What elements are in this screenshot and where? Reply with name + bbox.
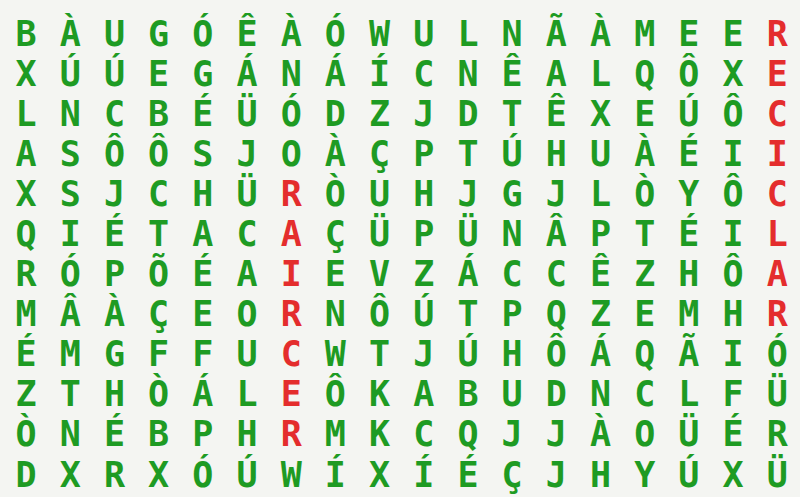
grid-cell[interactable]: H xyxy=(92,375,136,415)
grid-cell[interactable]: C xyxy=(402,54,446,94)
grid-cell[interactable]: S xyxy=(181,134,225,174)
grid-cell[interactable]: À xyxy=(48,14,92,54)
grid-cell[interactable]: S xyxy=(48,134,92,174)
grid-cell[interactable]: Í xyxy=(402,455,446,495)
grid-cell[interactable]: B xyxy=(4,14,48,54)
grid-cell[interactable]: P xyxy=(181,415,225,455)
grid-cell[interactable]: C xyxy=(490,255,534,295)
grid-cell[interactable]: R xyxy=(269,415,313,455)
grid-cell[interactable]: Ç xyxy=(137,295,181,335)
grid-cell[interactable]: J xyxy=(490,415,534,455)
grid-cell[interactable]: I xyxy=(711,335,755,375)
grid-cell[interactable]: C xyxy=(755,174,799,214)
grid-cell[interactable]: É xyxy=(446,455,490,495)
word-search-board: BÀUGÓÊÀÓWULNÃÀMEERXÚÚEGÁNÁÍCNÊALQÔXELNCB… xyxy=(0,0,800,495)
grid-cell[interactable]: J xyxy=(446,174,490,214)
grid-cell[interactable]: J xyxy=(402,94,446,134)
grid-cell[interactable]: É xyxy=(92,214,136,254)
grid-cell[interactable]: H xyxy=(402,174,446,214)
grid-cell[interactable]: P xyxy=(402,134,446,174)
grid-cell[interactable]: Á xyxy=(446,255,490,295)
grid-cell[interactable]: O xyxy=(225,295,269,335)
grid-cell[interactable]: J xyxy=(534,455,578,495)
grid-cell[interactable]: A xyxy=(225,255,269,295)
grid-cell[interactable]: N xyxy=(578,375,622,415)
grid-cell[interactable]: Õ xyxy=(137,255,181,295)
grid-cell[interactable]: À xyxy=(269,14,313,54)
grid-cell[interactable]: Ô xyxy=(358,295,402,335)
grid-cell[interactable]: D xyxy=(446,94,490,134)
grid-cell[interactable]: É xyxy=(92,415,136,455)
grid-cell[interactable]: Z xyxy=(578,295,622,335)
grid-cell[interactable]: A xyxy=(534,54,578,94)
grid-cell[interactable]: C xyxy=(534,255,578,295)
grid-cell[interactable]: C xyxy=(225,214,269,254)
grid-cell[interactable]: B xyxy=(137,415,181,455)
grid-cell[interactable]: S xyxy=(48,174,92,214)
grid-cell[interactable]: G xyxy=(490,174,534,214)
grid-cell[interactable]: Ú xyxy=(225,455,269,495)
grid-cell[interactable]: T xyxy=(137,214,181,254)
grid-cell[interactable]: Á xyxy=(313,54,357,94)
grid-cell[interactable]: R xyxy=(755,415,799,455)
grid-cell[interactable]: T xyxy=(446,134,490,174)
grid-cell[interactable]: L xyxy=(578,54,622,94)
grid-cell[interactable]: M xyxy=(48,335,92,375)
grid-cell[interactable]: À xyxy=(92,295,136,335)
grid-cell[interactable]: Ú xyxy=(490,134,534,174)
grid-cell[interactable]: L xyxy=(755,214,799,254)
grid-cell[interactable]: D xyxy=(534,375,578,415)
grid-cell[interactable]: K xyxy=(358,375,402,415)
grid-cell[interactable]: F xyxy=(137,335,181,375)
grid-cell[interactable]: Ô xyxy=(711,174,755,214)
grid-cell[interactable]: P xyxy=(578,214,622,254)
grid-cell[interactable]: Ã xyxy=(534,14,578,54)
grid-cell[interactable]: À xyxy=(623,134,667,174)
grid-cell[interactable]: I xyxy=(48,214,92,254)
grid-cell[interactable]: Ü xyxy=(446,214,490,254)
grid-cell[interactable]: X xyxy=(4,174,48,214)
grid-cell[interactable]: J xyxy=(402,335,446,375)
grid-cell[interactable]: É xyxy=(181,255,225,295)
grid-cell[interactable]: I xyxy=(711,214,755,254)
grid-cell[interactable]: O xyxy=(623,415,667,455)
grid-cell[interactable]: C xyxy=(137,174,181,214)
grid-cell[interactable]: Ò xyxy=(4,415,48,455)
grid-cell[interactable]: E xyxy=(269,375,313,415)
grid-cell[interactable]: Ô xyxy=(711,94,755,134)
grid-cell[interactable]: L xyxy=(446,14,490,54)
grid-cell[interactable]: W xyxy=(313,335,357,375)
grid-cell[interactable]: U xyxy=(402,14,446,54)
grid-cell[interactable]: G xyxy=(92,335,136,375)
grid-cell[interactable]: Á xyxy=(578,335,622,375)
grid-cell[interactable]: Ú xyxy=(667,94,711,134)
grid-cell[interactable]: Ü xyxy=(755,455,799,495)
grid-cell[interactable]: Q xyxy=(446,415,490,455)
grid-cell[interactable]: E xyxy=(313,255,357,295)
grid-cell[interactable]: Q xyxy=(623,54,667,94)
grid-cell[interactable]: Z xyxy=(4,375,48,415)
grid-cell[interactable]: R xyxy=(269,174,313,214)
grid-cell[interactable]: D xyxy=(4,455,48,495)
grid-cell[interactable]: X xyxy=(48,455,92,495)
grid-cell[interactable]: Ô xyxy=(313,375,357,415)
grid-cell[interactable]: C xyxy=(269,335,313,375)
grid-cell[interactable]: É xyxy=(4,335,48,375)
grid-cell[interactable]: E xyxy=(623,94,667,134)
word-search-puzzle: BÀUGÓÊÀÓWULNÃÀMEERXÚÚEGÁNÁÍCNÊALQÔXELNCB… xyxy=(0,0,800,497)
grid-cell[interactable]: Ò xyxy=(313,174,357,214)
grid-cell[interactable]: C xyxy=(92,94,136,134)
grid-cell[interactable]: A xyxy=(402,375,446,415)
grid-cell[interactable]: B xyxy=(446,375,490,415)
grid-cell[interactable]: É xyxy=(181,94,225,134)
grid-cell[interactable]: E xyxy=(667,14,711,54)
grid-cell[interactable]: Ü xyxy=(358,214,402,254)
grid-cell[interactable]: É xyxy=(667,214,711,254)
grid-cell[interactable]: I xyxy=(711,134,755,174)
grid-cell[interactable]: F xyxy=(181,335,225,375)
grid-cell[interactable]: N xyxy=(313,295,357,335)
grid-cell[interactable]: P xyxy=(490,295,534,335)
grid-cell[interactable]: R xyxy=(92,455,136,495)
grid-cell[interactable]: X xyxy=(4,54,48,94)
grid-cell[interactable]: R xyxy=(269,295,313,335)
grid-cell[interactable]: J xyxy=(225,134,269,174)
grid-cell[interactable]: A xyxy=(181,214,225,254)
grid-cell[interactable]: R xyxy=(4,255,48,295)
grid-cell[interactable]: C xyxy=(755,94,799,134)
grid-cell[interactable]: N xyxy=(446,54,490,94)
grid-cell[interactable]: H xyxy=(711,295,755,335)
grid-cell[interactable]: V xyxy=(358,255,402,295)
grid-cell[interactable]: N xyxy=(48,415,92,455)
grid-cell[interactable]: L xyxy=(667,375,711,415)
grid-cell[interactable]: H xyxy=(667,255,711,295)
grid-cell[interactable]: Ã xyxy=(667,335,711,375)
grid-cell[interactable]: Ç xyxy=(358,134,402,174)
grid-cell[interactable]: U xyxy=(225,335,269,375)
grid-cell[interactable]: U xyxy=(490,375,534,415)
grid-cell[interactable]: P xyxy=(92,255,136,295)
grid-cell[interactable]: Z xyxy=(623,255,667,295)
grid-cell[interactable]: Ü xyxy=(225,174,269,214)
grid-cell[interactable]: Y xyxy=(667,174,711,214)
grid-cell[interactable]: U xyxy=(578,134,622,174)
grid-cell[interactable]: Ò xyxy=(623,174,667,214)
grid-cell[interactable]: Í xyxy=(313,455,357,495)
grid-cell[interactable]: I xyxy=(755,134,799,174)
grid-cell[interactable]: Ü xyxy=(667,415,711,455)
grid-cell[interactable]: O xyxy=(269,134,313,174)
grid-cell[interactable]: Ú xyxy=(446,335,490,375)
grid-cell[interactable]: Á xyxy=(181,375,225,415)
grid-cell[interactable]: Ú xyxy=(667,455,711,495)
grid-cell[interactable]: U xyxy=(92,14,136,54)
grid-cell[interactable]: Â xyxy=(534,214,578,254)
grid-cell[interactable]: K xyxy=(358,415,402,455)
grid-cell[interactable]: X xyxy=(137,455,181,495)
grid-cell[interactable]: R xyxy=(755,14,799,54)
grid-cell[interactable]: Ü xyxy=(755,375,799,415)
grid-cell[interactable]: Q xyxy=(534,295,578,335)
grid-cell[interactable]: C xyxy=(402,415,446,455)
grid-cell[interactable]: Ç xyxy=(313,214,357,254)
grid-cell[interactable]: Ó xyxy=(313,14,357,54)
grid-cell[interactable]: À xyxy=(578,14,622,54)
grid-cell[interactable]: Ô xyxy=(137,134,181,174)
grid-cell[interactable]: Ú xyxy=(92,54,136,94)
grid-cell[interactable]: X xyxy=(711,54,755,94)
grid-cell[interactable]: L xyxy=(225,375,269,415)
grid-cell[interactable]: M xyxy=(623,14,667,54)
grid-cell[interactable]: H xyxy=(225,415,269,455)
grid-cell[interactable]: Ê xyxy=(578,255,622,295)
grid-cell[interactable]: À xyxy=(578,415,622,455)
grid-cell[interactable]: F xyxy=(711,375,755,415)
grid-cell[interactable]: Á xyxy=(225,54,269,94)
grid-cell[interactable]: À xyxy=(313,134,357,174)
grid-cell[interactable]: H xyxy=(181,174,225,214)
grid-cell[interactable]: U xyxy=(358,174,402,214)
grid-cell[interactable]: L xyxy=(4,94,48,134)
grid-cell[interactable]: N xyxy=(490,214,534,254)
grid-cell[interactable]: Y xyxy=(623,455,667,495)
grid-cell[interactable]: A xyxy=(755,255,799,295)
grid-cell[interactable]: Â xyxy=(48,295,92,335)
grid-cell[interactable]: H xyxy=(578,455,622,495)
grid-cell[interactable]: Ê xyxy=(490,54,534,94)
grid-cell[interactable]: L xyxy=(578,174,622,214)
grid-cell[interactable]: G xyxy=(137,14,181,54)
grid-cell[interactable]: T xyxy=(48,375,92,415)
grid-cell[interactable]: N xyxy=(490,14,534,54)
grid-cell[interactable]: E xyxy=(181,295,225,335)
grid-cell[interactable]: E xyxy=(623,295,667,335)
grid-cell[interactable]: P xyxy=(402,214,446,254)
grid-cell[interactable]: D xyxy=(313,94,357,134)
grid-cell[interactable]: M xyxy=(667,295,711,335)
grid-cell[interactable]: Ê xyxy=(534,94,578,134)
grid-cell[interactable]: Ó xyxy=(181,455,225,495)
grid-cell[interactable]: W xyxy=(358,14,402,54)
grid-cell[interactable]: Ô xyxy=(711,255,755,295)
grid-cell[interactable]: T xyxy=(446,295,490,335)
grid-cell[interactable]: N xyxy=(48,94,92,134)
grid-cell[interactable]: É xyxy=(667,134,711,174)
grid-cell[interactable]: Ó xyxy=(755,335,799,375)
grid-cell[interactable]: E xyxy=(711,14,755,54)
grid-cell[interactable]: E xyxy=(137,54,181,94)
grid-cell[interactable]: B xyxy=(137,94,181,134)
grid-cell[interactable]: E xyxy=(755,54,799,94)
grid-cell[interactable]: Ú xyxy=(402,295,446,335)
grid-cell[interactable]: H xyxy=(534,134,578,174)
grid-cell[interactable]: Q xyxy=(623,335,667,375)
grid-cell[interactable]: X xyxy=(358,455,402,495)
grid-cell[interactable]: I xyxy=(269,255,313,295)
grid-cell[interactable]: Z xyxy=(358,94,402,134)
grid-cell[interactable]: W xyxy=(269,455,313,495)
grid-cell[interactable]: Ô xyxy=(534,335,578,375)
grid-cell[interactable]: X xyxy=(578,94,622,134)
grid-cell[interactable]: X xyxy=(711,455,755,495)
grid-cell[interactable]: Ó xyxy=(181,14,225,54)
grid-cell[interactable]: T xyxy=(490,94,534,134)
grid-cell[interactable]: Ô xyxy=(667,54,711,94)
grid-cell[interactable]: T xyxy=(358,335,402,375)
grid-cell[interactable]: M xyxy=(313,415,357,455)
grid-cell[interactable]: H xyxy=(490,335,534,375)
grid-cell[interactable]: Ó xyxy=(269,94,313,134)
grid-cell[interactable]: C xyxy=(623,375,667,415)
grid-cell[interactable]: Í xyxy=(358,54,402,94)
grid-cell[interactable]: J xyxy=(534,174,578,214)
grid-cell[interactable]: T xyxy=(623,214,667,254)
grid-cell[interactable]: A xyxy=(269,214,313,254)
grid-cell[interactable]: Ü xyxy=(225,94,269,134)
grid-cell[interactable]: Ú xyxy=(48,54,92,94)
grid-cell[interactable]: M xyxy=(4,295,48,335)
grid-cell[interactable]: N xyxy=(269,54,313,94)
grid-cell[interactable]: Z xyxy=(402,255,446,295)
grid-cell[interactable]: Ç xyxy=(490,455,534,495)
grid-cell[interactable]: Ô xyxy=(92,134,136,174)
grid-cell[interactable]: Ê xyxy=(225,14,269,54)
grid-cell[interactable]: A xyxy=(4,134,48,174)
grid-cell[interactable]: É xyxy=(711,415,755,455)
grid-cell[interactable]: R xyxy=(755,295,799,335)
grid-cell[interactable]: J xyxy=(92,174,136,214)
grid-cell[interactable]: Q xyxy=(4,214,48,254)
grid-cell[interactable]: J xyxy=(534,415,578,455)
grid-cell[interactable]: Ó xyxy=(48,255,92,295)
grid-cell[interactable]: G xyxy=(181,54,225,94)
grid-cell[interactable]: Ò xyxy=(137,375,181,415)
